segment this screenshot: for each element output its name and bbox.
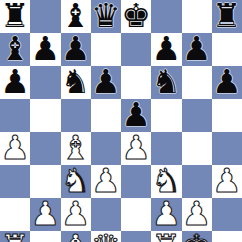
square-b6[interactable] [30, 66, 60, 99]
piece-white-knight[interactable]: ♞ [61, 164, 91, 197]
square-d5[interactable] [91, 99, 121, 132]
square-b7[interactable]: ♟ [30, 33, 60, 66]
piece-white-knight[interactable]: ♞ [152, 164, 182, 197]
square-f1[interactable]: ♜ [151, 231, 181, 242]
square-h8[interactable]: ♜ [212, 0, 242, 33]
square-a1[interactable]: ♜ [0, 231, 30, 242]
piece-white-rook[interactable]: ♜ [0, 230, 30, 242]
piece-white-bishop[interactable]: ♝ [61, 230, 91, 242]
piece-white-pawn[interactable]: ♟ [61, 197, 91, 230]
square-b2[interactable]: ♟ [30, 198, 60, 231]
square-d8[interactable]: ♛ [91, 0, 121, 33]
piece-black-rook[interactable]: ♜ [0, 0, 30, 32]
square-g6[interactable] [182, 66, 212, 99]
piece-white-pawn[interactable]: ♟ [212, 164, 242, 197]
chess-board: ♜♝♛♚♜♝♟♟♟♟♟♞♟♞♟♟♟♝♟♞♟♞♟♟♟♟♟♜♝♛♜♚ [0, 0, 242, 242]
piece-black-pawn[interactable]: ♟ [182, 32, 212, 65]
square-a6[interactable]: ♟ [0, 66, 30, 99]
square-e3[interactable] [121, 165, 151, 198]
square-h5[interactable] [212, 99, 242, 132]
square-e4[interactable]: ♟ [121, 132, 151, 165]
piece-black-pawn[interactable]: ♟ [61, 32, 91, 65]
square-e7[interactable] [121, 33, 151, 66]
square-d6[interactable]: ♟ [91, 66, 121, 99]
square-h1[interactable] [212, 231, 242, 242]
piece-white-queen[interactable]: ♛ [91, 230, 121, 242]
piece-black-bishop[interactable]: ♝ [61, 0, 91, 32]
square-g5[interactable] [182, 99, 212, 132]
piece-black-pawn[interactable]: ♟ [121, 98, 151, 131]
square-e2[interactable] [121, 198, 151, 231]
square-f5[interactable] [151, 99, 181, 132]
square-g7[interactable]: ♟ [182, 33, 212, 66]
piece-white-pawn[interactable]: ♟ [91, 164, 121, 197]
piece-black-bishop[interactable]: ♝ [0, 32, 30, 65]
square-g1[interactable]: ♚ [182, 231, 212, 242]
square-f6[interactable]: ♞ [151, 66, 181, 99]
square-g4[interactable] [182, 132, 212, 165]
square-h6[interactable]: ♟ [212, 66, 242, 99]
piece-white-pawn[interactable]: ♟ [182, 197, 212, 230]
piece-white-pawn[interactable]: ♟ [31, 197, 61, 230]
piece-white-king[interactable]: ♚ [182, 230, 212, 242]
piece-white-rook[interactable]: ♜ [152, 230, 182, 242]
piece-black-king[interactable]: ♚ [121, 0, 151, 32]
piece-white-pawn[interactable]: ♟ [0, 131, 30, 164]
piece-white-pawn[interactable]: ♟ [152, 197, 182, 230]
piece-black-pawn[interactable]: ♟ [31, 32, 61, 65]
piece-white-pawn[interactable]: ♟ [121, 131, 151, 164]
square-d3[interactable]: ♟ [91, 165, 121, 198]
piece-black-rook[interactable]: ♜ [212, 0, 242, 32]
piece-white-bishop[interactable]: ♝ [61, 131, 91, 164]
square-d1[interactable]: ♛ [91, 231, 121, 242]
square-b4[interactable] [30, 132, 60, 165]
square-a3[interactable] [0, 165, 30, 198]
piece-black-knight[interactable]: ♞ [61, 65, 91, 98]
piece-black-pawn[interactable]: ♟ [212, 65, 242, 98]
square-c6[interactable]: ♞ [61, 66, 91, 99]
square-c1[interactable]: ♝ [61, 231, 91, 242]
square-e1[interactable] [121, 231, 151, 242]
square-b5[interactable] [30, 99, 60, 132]
piece-black-pawn[interactable]: ♟ [152, 32, 182, 65]
piece-black-queen[interactable]: ♛ [91, 0, 121, 32]
square-a4[interactable]: ♟ [0, 132, 30, 165]
piece-black-knight[interactable]: ♞ [152, 65, 182, 98]
piece-black-pawn[interactable]: ♟ [91, 65, 121, 98]
square-h3[interactable]: ♟ [212, 165, 242, 198]
square-e8[interactable]: ♚ [121, 0, 151, 33]
square-h2[interactable] [212, 198, 242, 231]
piece-black-pawn[interactable]: ♟ [0, 65, 30, 98]
